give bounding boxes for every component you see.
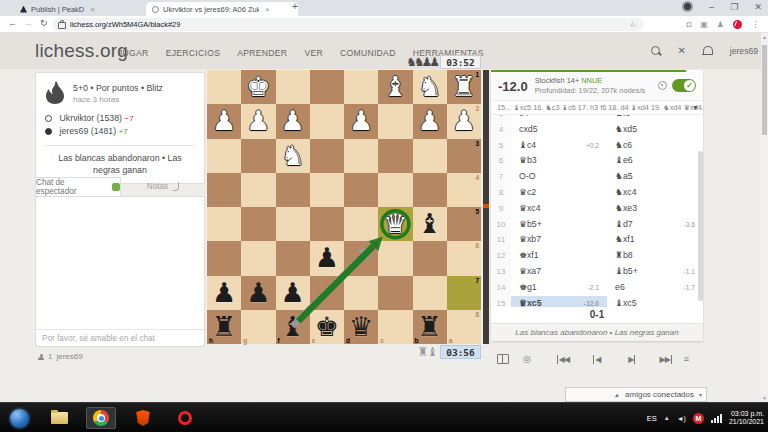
engine-eval: -12.0 <box>491 79 535 94</box>
black-bishop-f8[interactable]: ♝ <box>276 310 310 344</box>
square-f3[interactable]: ♞ <box>276 139 310 173</box>
move-san: ♛xc4 <box>519 201 541 217</box>
move-row-13: 13♛xa7♝b5+-1.1 <box>491 264 703 280</box>
square-c4[interactable] <box>378 173 412 207</box>
black-move-4[interactable]: ♞xd5 <box>607 122 703 138</box>
square-d8[interactable]: ♛d <box>344 310 378 344</box>
square-b7[interactable] <box>413 276 447 310</box>
move-san: ♞xe3 <box>615 201 637 217</box>
white-move-3[interactable]: c4 <box>511 115 607 122</box>
square-a1[interactable]: ♜1 <box>447 70 481 104</box>
tab-title: Ukrviktor vs jeres69: A06 Zukert <box>163 5 259 14</box>
engine-toggle[interactable]: ✓ <box>672 79 696 92</box>
square-b6[interactable] <box>413 241 447 275</box>
rank-label-7: 7 <box>475 277 479 284</box>
move-san: ♝d7 <box>615 217 633 233</box>
restore-button[interactable]: ❐ <box>730 2 738 12</box>
windows-orb-icon <box>10 409 29 428</box>
nav-item-ejercicios[interactable]: EJERCICIOS <box>166 48 221 58</box>
black-player-name: jeres69 (1481) <box>59 126 116 136</box>
scrollbar-thumb[interactable] <box>762 45 767 135</box>
move-row-11: 11♛xb7♞xf1 <box>491 232 703 248</box>
nav-item-jugar[interactable]: JUGAR <box>118 48 149 58</box>
move-number: 6 <box>491 153 511 169</box>
tray-m-app-icon[interactable]: M <box>693 413 704 424</box>
move-san: ♞xf1 <box>615 232 635 248</box>
chess-board[interactable]: ♚♝♞♜1♟♟♟♟♟♟2♞34♛♝5♟6♟♟♟7♜hg♝f♚e♛dc♜ba8 <box>207 70 481 344</box>
move-number: 5 <box>491 138 511 154</box>
square-e8[interactable]: ♚e <box>310 310 344 344</box>
chat-tab-label: Chat de espectador <box>36 178 107 196</box>
square-a3[interactable]: 3 <box>447 139 481 173</box>
square-f5[interactable] <box>276 207 310 241</box>
engine-line[interactable]: 15... ♝xc5 16. ♞c3 ♝c6 17. h3 f6 18. d4 … <box>491 101 703 115</box>
move-san: ♛xa7 <box>519 264 541 280</box>
black-move-14[interactable]: e6-1.7 <box>607 280 703 296</box>
rank-label-6: 6 <box>475 242 479 249</box>
square-h3[interactable] <box>207 139 241 173</box>
move-row-7: 7O-O♞a5 <box>491 169 703 185</box>
white-move-14[interactable]: ♚g1-2.1 <box>511 280 607 296</box>
white-player-name: Ukrviktor (1538) <box>59 113 122 123</box>
reload-button[interactable]: ↻ <box>40 18 48 28</box>
black-pawn-g7[interactable]: ♟ <box>241 276 275 310</box>
square-c6[interactable] <box>378 241 412 275</box>
square-d2[interactable]: ♟ <box>344 104 378 138</box>
move-san: ♞xc4 <box>615 185 637 201</box>
black-rating-diff: +7 <box>119 127 128 136</box>
move-eval: -12.0 <box>584 296 599 307</box>
taskbar-clock[interactable]: 03:03 p.m. 21/10/2021 <box>729 410 764 427</box>
bookmark-star-icon[interactable]: ☆ <box>629 20 636 29</box>
lichess-favicon <box>152 6 159 13</box>
nav-item-comunidad[interactable]: COMUNIDAD <box>340 48 396 58</box>
square-h1[interactable] <box>207 70 241 104</box>
browser-tab-peakd[interactable]: Publish | PeakD × <box>14 2 154 16</box>
opera-button[interactable] <box>170 407 200 429</box>
chrome-button[interactable] <box>86 407 116 429</box>
volume-icon[interactable]: ◄) <box>677 415 686 422</box>
engine-line-moves: 15... ♝xc5 16. ♞c3 ♝c6 17. h3 f6 18. d4 … <box>497 103 703 112</box>
move-number: 15 <box>491 296 511 307</box>
square-d1[interactable] <box>344 70 378 104</box>
friends-up-icon: ▲ <box>614 392 620 398</box>
black-move-7[interactable]: ♞a5 <box>607 169 703 185</box>
rank-label-4: 4 <box>475 174 479 181</box>
move-san: O-O <box>519 169 536 185</box>
square-a5[interactable]: 5 <box>447 207 481 241</box>
black-color-icon <box>45 128 52 135</box>
move-number: 7 <box>491 169 511 185</box>
move-row-8: 8♛c2♞xc4 <box>491 185 703 201</box>
square-c2[interactable] <box>378 104 412 138</box>
tab-close-icon[interactable]: × <box>90 5 95 14</box>
gear-target-icon[interactable]: ◎ <box>523 354 531 364</box>
brave-button[interactable] <box>128 407 158 429</box>
square-d5[interactable] <box>344 207 378 241</box>
square-a6[interactable]: 6 <box>447 241 481 275</box>
jump-prev-icon[interactable]: ◀ <box>593 355 600 364</box>
opening-book-icon[interactable] <box>497 354 509 364</box>
square-f4[interactable] <box>276 173 310 207</box>
minimize-button[interactable]: – <box>709 2 714 12</box>
white-move-10[interactable]: ♛b5+ <box>511 217 607 233</box>
square-d3[interactable] <box>344 139 378 173</box>
rank-label-5: 5 <box>475 208 479 215</box>
friends-caret-icon: ▾ <box>699 391 702 398</box>
screenshot-extension-icon[interactable]: ▣ <box>700 20 708 29</box>
browser-tab-lichess[interactable]: Ukrviktor vs jeres69: A06 Zukert × <box>146 2 298 16</box>
network-icon[interactable] <box>711 414 722 423</box>
captured-by-white: ♞♞♟♟ <box>393 55 437 69</box>
black-move-12[interactable]: ♜b8 <box>607 248 703 264</box>
white-pawn-f2[interactable]: ♟ <box>276 104 310 138</box>
white-move-15[interactable]: ♛xc5-12.0 <box>511 296 607 307</box>
square-g7[interactable]: ♟ <box>241 276 275 310</box>
file-label-b: b <box>415 337 419 344</box>
square-a7[interactable]: 7 <box>447 276 481 310</box>
move-san: ♞c6 <box>615 138 632 154</box>
header-username[interactable]: jeres69 <box>730 46 758 56</box>
close-button[interactable]: ✕ <box>754 2 762 12</box>
black-move-13[interactable]: ♝b5+-1.1 <box>607 264 703 280</box>
chat-toggle-icon[interactable] <box>112 183 120 191</box>
square-b2[interactable]: ♟ <box>413 104 447 138</box>
chrome-icon <box>93 410 109 426</box>
engine-settings-icon[interactable] <box>658 81 667 90</box>
move-san: ♝c4 <box>519 138 536 154</box>
black-move-15[interactable]: ♝xc5 <box>607 296 703 307</box>
square-e1[interactable] <box>310 70 344 104</box>
square-e2[interactable] <box>310 104 344 138</box>
chat-box: Por favor, sé amable en el chat <box>35 196 205 347</box>
puzzle-extensions-icon[interactable]: ♟ <box>717 20 724 29</box>
white-move-4[interactable]: cxd5 <box>511 122 607 138</box>
white-move-9[interactable]: ♛xc4 <box>511 201 607 217</box>
move-san: ♛xc5 <box>519 296 542 307</box>
jump-last-icon[interactable]: ▶▶ <box>659 355 671 364</box>
square-c8[interactable]: c <box>378 310 412 344</box>
white-move-8[interactable]: ♛c2 <box>511 185 607 201</box>
square-h7[interactable]: ♟ <box>207 276 241 310</box>
tab-notes[interactable]: Notas <box>121 177 205 196</box>
square-f1[interactable] <box>276 70 310 104</box>
move-list: 3c4♞f64cxd5♞xd55♝c4+0.2♞c66♛b3♝e67O-O♞a5… <box>491 115 703 307</box>
file-label-f: f <box>278 337 280 344</box>
url-text: lichess.org/zWh5M4GA/black#29 <box>70 20 180 29</box>
square-c1[interactable]: ♝ <box>378 70 412 104</box>
move-number: 11 <box>491 232 511 248</box>
browser-toolbar: ← → ↻ lichess.org/zWh5M4GA/black#29 ☆ ◘ … <box>0 16 768 33</box>
move-san: ♞xd5 <box>615 122 637 138</box>
opera-icon <box>178 411 192 425</box>
file-label-e: e <box>312 337 316 344</box>
move-eval: -1.7 <box>684 280 695 296</box>
square-a2[interactable]: ♟2 <box>447 104 481 138</box>
black-move-9[interactable]: ♞xe3 <box>607 201 703 217</box>
white-clock: 03:52 <box>440 55 481 69</box>
square-b3[interactable] <box>413 139 447 173</box>
square-g8[interactable]: g <box>241 310 275 344</box>
file-label-c: c <box>380 337 384 344</box>
rank-label-2: 2 <box>475 105 479 112</box>
black-clock: 03:56 <box>440 345 481 359</box>
move-eval: +0.2 <box>586 138 599 154</box>
square-e5[interactable] <box>310 207 344 241</box>
square-e6[interactable]: ♟ <box>310 241 344 275</box>
page-scrollbar[interactable]: ▲ ▼ <box>761 33 768 402</box>
browser-tab-strip: Publish | PeakD × Ukrviktor vs jeres69: … <box>0 0 768 16</box>
browser-menu-icon[interactable]: ⋮ <box>751 19 760 29</box>
black-pawn-h7[interactable]: ♟ <box>207 276 241 310</box>
square-b4[interactable] <box>413 173 447 207</box>
move-number: 4 <box>491 122 511 138</box>
white-pawn-d2[interactable]: ♟ <box>344 104 378 138</box>
scroll-up-arrow[interactable]: ▲ <box>761 34 768 40</box>
engine-nnue-label: NNUE <box>581 76 602 85</box>
lichess-header: lichess.org JUGAREJERCICIOSAPRENDERVERCO… <box>0 33 768 69</box>
square-d6[interactable] <box>344 241 378 275</box>
move-san: ♛xb7 <box>519 232 541 248</box>
square-g3[interactable] <box>241 139 275 173</box>
move-san: ♝xc5 <box>615 296 637 307</box>
person-icon <box>38 354 44 360</box>
square-g2[interactable]: ♟ <box>241 104 275 138</box>
square-h8[interactable]: ♜h <box>207 310 241 344</box>
file-explorer-button[interactable] <box>44 407 74 429</box>
desktop-screen: Publish | PeakD × Ukrviktor vs jeres69: … <box>0 0 768 432</box>
move-san: ♛b5+ <box>519 217 542 233</box>
white-pawn-h2[interactable]: ♟ <box>207 104 241 138</box>
move-san: e6 <box>615 280 625 296</box>
move-san: ♚xf1 <box>519 248 539 264</box>
square-e7[interactable] <box>310 276 344 310</box>
rank-label-8: 8 <box>475 311 479 318</box>
white-pawn-b2[interactable]: ♟ <box>413 104 447 138</box>
peakd-favicon <box>20 6 27 13</box>
white-knight-f3[interactable]: ♞ <box>276 139 310 173</box>
square-g5[interactable] <box>241 207 275 241</box>
notifications-bell-icon[interactable] <box>703 46 713 55</box>
move-san: ♜b8 <box>615 248 633 264</box>
square-d7[interactable] <box>344 276 378 310</box>
square-b8[interactable]: ♜b <box>413 310 447 344</box>
move-san: c4 <box>519 115 528 122</box>
presence-username[interactable]: jeres69 <box>56 352 82 361</box>
square-b1[interactable]: ♞ <box>413 70 447 104</box>
move-list-scrollbar[interactable] <box>698 151 703 301</box>
rank-label-1: 1 <box>475 71 479 78</box>
black-move-3[interactable]: ♞f6 <box>607 115 703 122</box>
move-san: ♝e6 <box>615 153 633 169</box>
square-h5[interactable] <box>207 207 241 241</box>
square-e3[interactable] <box>310 139 344 173</box>
move-eval: -2.1 <box>588 280 599 296</box>
friends-bar[interactable]: ▲ amigos conectados ▾ <box>565 387 707 402</box>
lichess-logo[interactable]: lichess.org <box>35 40 128 62</box>
blitz-flame-icon <box>45 81 65 105</box>
move-row-6: 6♛b3♝e6 <box>491 153 703 169</box>
eval-zero-tick <box>483 204 489 208</box>
move-number: 13 <box>491 264 511 280</box>
eval-bar <box>483 70 489 344</box>
move-number: 14 <box>491 280 511 296</box>
address-bar[interactable]: lichess.org/zWh5M4GA/black#29 ☆ <box>52 18 644 31</box>
square-h4[interactable] <box>207 173 241 207</box>
tab-title: Publish | PeakD <box>31 5 84 14</box>
square-h2[interactable]: ♟ <box>207 104 241 138</box>
move-san: cxd5 <box>519 122 538 138</box>
language-indicator[interactable]: ES <box>647 414 657 423</box>
nav-item-ver[interactable]: VER <box>304 48 323 58</box>
square-c7[interactable] <box>378 276 412 310</box>
white-queen-c5[interactable]: ♛ <box>378 207 412 241</box>
white-rating-diff: −7 <box>124 114 133 123</box>
move-row-4: 4cxd5♞xd5 <box>491 122 703 138</box>
white-move-5[interactable]: ♝c4+0.2 <box>511 138 607 154</box>
move-number: 3 <box>491 115 511 122</box>
white-bishop-c1[interactable]: ♝ <box>378 70 412 104</box>
white-move-12[interactable]: ♚xf1 <box>511 248 607 264</box>
move-san: ♛c2 <box>519 185 536 201</box>
square-f7[interactable]: ♟ <box>276 276 310 310</box>
analysis-controls: ◎ ◀◀ ◀ ▶ ▶▶ ≡ <box>491 351 703 367</box>
result-status: Las blancas abandonaron • Las negras gan… <box>491 323 703 341</box>
white-king-g1[interactable]: ♚ <box>241 70 275 104</box>
windows-taskbar: ES ▲ ◄) M 03:03 p.m. 21/10/2021 <box>0 402 768 432</box>
square-a4[interactable]: 4 <box>447 173 481 207</box>
move-row-3: 3c4♞f6 <box>491 115 703 122</box>
game-info-box: 5+0 • Por puntos • Blitz hace 3 horas Uk… <box>35 72 205 184</box>
chat-input[interactable]: Por favor, sé amable en el chat <box>36 329 204 346</box>
move-number: 8 <box>491 185 511 201</box>
black-move-5[interactable]: ♞c6 <box>607 138 703 154</box>
black-move-6[interactable]: ♝e6 <box>607 153 703 169</box>
move-san: ♚g1 <box>519 280 537 296</box>
square-c5[interactable]: ♛ <box>378 207 412 241</box>
tray-date: 21/10/2021 <box>729 418 764 425</box>
scroll-down-arrow[interactable]: ▼ <box>761 395 768 401</box>
analysis-panel: -12.0 Stockfish 14+ NNUE Profundidad: 19… <box>491 70 703 341</box>
browser-profile-avatar[interactable] <box>682 1 693 12</box>
rank-label-3: 3 <box>475 140 479 147</box>
white-knight-b1[interactable]: ♞ <box>413 70 447 104</box>
file-label-d: d <box>346 337 350 344</box>
move-eval: -1.1 <box>684 264 695 280</box>
move-san: ♞f6 <box>615 115 630 122</box>
move-row-5: 5♝c4+0.2♞c6 <box>491 138 703 154</box>
black-move-11[interactable]: ♞xf1 <box>607 232 703 248</box>
move-san: ♞a5 <box>615 169 633 185</box>
move-row-14: 14♚g1-2.1e6-1.7 <box>491 280 703 296</box>
tray-time: 03:03 p.m. <box>731 410 764 417</box>
square-f6[interactable] <box>276 241 310 275</box>
file-label-a: a <box>449 337 453 344</box>
square-f8[interactable]: ♝f <box>276 310 310 344</box>
square-d4[interactable] <box>344 173 378 207</box>
black-player-row[interactable]: jeres69 (1481) +7 <box>45 125 195 138</box>
white-move-7[interactable]: O-O <box>511 169 607 185</box>
engine-name: Stockfish 14+ <box>535 76 580 85</box>
square-b5[interactable]: ♝ <box>413 207 447 241</box>
black-bishop-b5[interactable]: ♝ <box>413 207 447 241</box>
nav-item-aprender[interactable]: APRENDER <box>237 48 287 58</box>
black-pawn-f7[interactable]: ♟ <box>276 276 310 310</box>
result-score: 0-1 <box>491 307 703 323</box>
white-player-row[interactable]: Ukrviktor (1538) −7 <box>45 112 195 125</box>
challenge-swords-icon[interactable]: ✕ <box>677 45 685 56</box>
chat-placeholder: Por favor, sé amable en el chat <box>42 334 155 343</box>
square-g4[interactable] <box>241 173 275 207</box>
toggle-check-icon: ✓ <box>684 80 695 91</box>
notes-tab-label: Notas <box>147 182 168 191</box>
move-row-12: 12♚xf1♜b8 <box>491 248 703 264</box>
back-button[interactable]: ← <box>8 18 17 28</box>
black-pawn-e6[interactable]: ♟ <box>310 241 344 275</box>
move-san: ♛b3 <box>519 153 537 169</box>
black-move-10[interactable]: ♝d7-3.6 <box>607 217 703 233</box>
padlock-icon <box>58 22 66 29</box>
file-label-h: h <box>209 337 213 344</box>
white-pawn-g2[interactable]: ♟ <box>241 104 275 138</box>
hive-keychain-icon[interactable] <box>733 20 742 29</box>
file-label-g: g <box>243 337 247 344</box>
captured-by-black: ♜♝ <box>396 345 437 359</box>
expand-caret-icon[interactable]: ▼ <box>692 104 699 111</box>
game-result-text: Las blancas abandonaron • Las negras gan… <box>45 152 195 176</box>
folder-icon <box>51 412 68 424</box>
square-g1[interactable]: ♚ <box>241 70 275 104</box>
white-color-icon <box>45 115 52 122</box>
jump-next-icon[interactable]: ▶ <box>628 355 635 364</box>
presence-count: 1 <box>48 352 52 361</box>
black-move-8[interactable]: ♞xc4 <box>607 185 703 201</box>
search-icon[interactable] <box>651 46 660 55</box>
engine-depth: Profundidad: 19/22, 207k nodes/s <box>535 86 646 95</box>
new-tab-button[interactable]: + <box>292 1 298 12</box>
white-move-13[interactable]: ♛xa7 <box>511 264 607 280</box>
forward-button[interactable]: → <box>24 18 33 28</box>
move-san: ♝b5+ <box>615 264 638 280</box>
move-number: 10 <box>491 217 511 233</box>
shield-extension-icon[interactable]: ◘ <box>686 20 691 29</box>
square-a8[interactable]: a8 <box>447 310 481 344</box>
move-row-9: 9♛xc4♞xe3 <box>491 201 703 217</box>
menu-hamburger-icon[interactable]: ≡ <box>684 354 689 364</box>
square-h6[interactable] <box>207 241 241 275</box>
tab-spectator-chat[interactable]: Chat de espectador <box>35 177 121 196</box>
white-move-6[interactable]: ♛b3 <box>511 153 607 169</box>
move-number: 12 <box>491 248 511 264</box>
move-row-15: 15♛xc5-12.0♝xc5 <box>491 296 703 307</box>
time-control: 5+0 • Por puntos • Blitz <box>73 83 163 93</box>
hook-icon <box>173 182 179 191</box>
tab-close-icon[interactable]: × <box>265 5 270 14</box>
jump-first-icon[interactable]: ◀◀ <box>557 355 569 364</box>
game-age: hace 3 horas <box>73 95 163 104</box>
move-row-10: 10♛b5+♝d7-3.6 <box>491 217 703 233</box>
move-number: 9 <box>491 201 511 217</box>
hidden-icons-caret[interactable]: ▲ <box>664 415 670 421</box>
square-e4[interactable] <box>310 173 344 207</box>
square-c3[interactable] <box>378 139 412 173</box>
square-f2[interactable]: ♟ <box>276 104 310 138</box>
white-move-11[interactable]: ♛xb7 <box>511 232 607 248</box>
move-eval: -3.6 <box>684 217 695 233</box>
square-g6[interactable] <box>241 241 275 275</box>
start-button[interactable] <box>4 407 34 429</box>
brave-icon <box>136 410 151 426</box>
